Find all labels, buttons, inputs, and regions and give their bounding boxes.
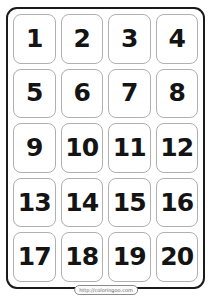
number-card-13: 13 xyxy=(13,178,56,228)
number-card-4: 4 xyxy=(156,14,199,64)
number-card-17: 17 xyxy=(13,232,56,282)
watermark-pill: http://coloringoo.com xyxy=(74,285,138,295)
number-card-9: 9 xyxy=(13,123,56,173)
number-card-2: 2 xyxy=(61,14,104,64)
number-card-20: 20 xyxy=(156,232,199,282)
number-card-5: 5 xyxy=(13,69,56,119)
number-card-1: 1 xyxy=(13,14,56,64)
number-grid: 1234567891011121314151617181920 xyxy=(8,9,203,287)
number-card-16: 16 xyxy=(156,178,199,228)
number-card-12: 12 xyxy=(156,123,199,173)
number-card-15: 15 xyxy=(108,178,151,228)
number-card-14: 14 xyxy=(61,178,104,228)
number-card-11: 11 xyxy=(108,123,151,173)
number-card-8: 8 xyxy=(156,69,199,119)
number-card-10: 10 xyxy=(61,123,104,173)
number-card-19: 19 xyxy=(108,232,151,282)
number-card-7: 7 xyxy=(108,69,151,119)
worksheet-page: 1234567891011121314151617181920 http://c… xyxy=(0,0,212,300)
number-card-3: 3 xyxy=(108,14,151,64)
flashcard-frame: 1234567891011121314151617181920 xyxy=(6,7,205,289)
watermark-url: http://coloringoo.com xyxy=(79,287,133,293)
number-card-6: 6 xyxy=(61,69,104,119)
number-card-18: 18 xyxy=(61,232,104,282)
